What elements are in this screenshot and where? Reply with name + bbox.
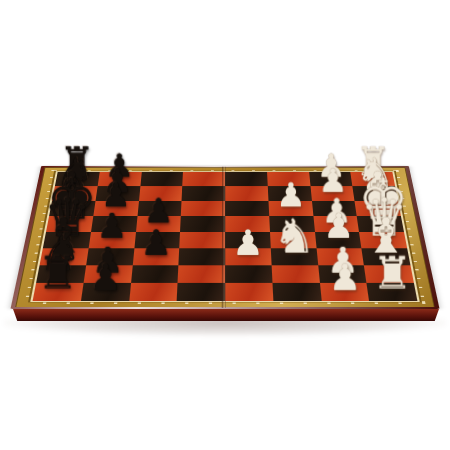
piece-black-pawn-c6[interactable]: ♟: [133, 225, 179, 260]
piece-white-knight-c3[interactable]: ♞: [271, 213, 317, 260]
board-front-edge: [13, 309, 439, 321]
piece-white-rook-a1[interactable]: ♜: [368, 251, 416, 296]
chess-board: ♜♟♟♜♞♟♟♞♝♟♟♝♚♟♟♚♛♟♟♛♝♟♟♞♝♞♟♟♜♟♟♜: [10, 166, 439, 309]
piece-black-pawn-a7[interactable]: ♟: [82, 259, 130, 295]
piece-white-pawn-a2[interactable]: ♟: [321, 259, 369, 295]
piece-white-pawn-f3[interactable]: ♟: [269, 178, 313, 211]
product-photo-chess-set: ♜♟♟♜♞♟♟♞♝♟♟♝♚♟♟♚♛♟♟♛♝♟♟♞♝♞♟♟♜♟♟♜: [0, 0, 450, 450]
pieces-layer: ♜♟♟♜♞♟♟♞♝♟♟♝♚♟♟♚♛♟♟♛♝♟♟♞♝♞♟♟♜♟♟♜: [10, 166, 439, 309]
piece-white-pawn-c4[interactable]: ♟: [225, 225, 271, 260]
border-marks-top: [49, 170, 400, 172]
piece-black-rook-a8[interactable]: ♜: [34, 251, 82, 296]
